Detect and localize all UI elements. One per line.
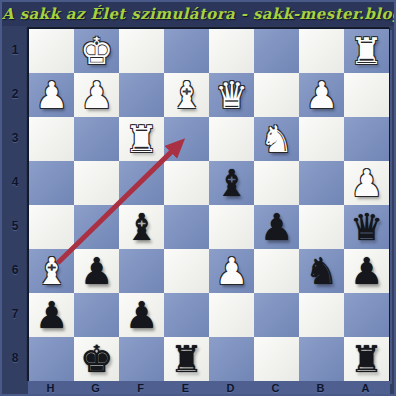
- file-label-c: C: [253, 381, 298, 396]
- square-f5[interactable]: ♝: [119, 205, 164, 249]
- square-g3[interactable]: [74, 117, 119, 161]
- rank-label-4: 4: [2, 160, 28, 204]
- square-b3[interactable]: [299, 117, 344, 161]
- square-a8[interactable]: ♜: [344, 337, 389, 381]
- square-f4[interactable]: [119, 161, 164, 205]
- square-b7[interactable]: [299, 293, 344, 337]
- square-h1[interactable]: [29, 29, 74, 73]
- square-h5[interactable]: [29, 205, 74, 249]
- square-c1[interactable]: [254, 29, 299, 73]
- piece-white-pawn: ♟: [299, 73, 344, 117]
- square-g5[interactable]: [74, 205, 119, 249]
- square-h8[interactable]: [29, 337, 74, 381]
- piece-black-bishop: ♝: [119, 205, 164, 249]
- square-c5[interactable]: ♟: [254, 205, 299, 249]
- square-b2[interactable]: ♟: [299, 73, 344, 117]
- square-h3[interactable]: [29, 117, 74, 161]
- square-c6[interactable]: [254, 249, 299, 293]
- square-d2[interactable]: ♛: [209, 73, 254, 117]
- piece-white-queen: ♛: [209, 73, 254, 117]
- piece-white-bishop: ♝: [29, 249, 74, 293]
- square-e6[interactable]: [164, 249, 209, 293]
- square-a1[interactable]: ♜: [344, 29, 389, 73]
- rank-label-2: 2: [2, 72, 28, 116]
- piece-black-king: ♚: [74, 337, 119, 381]
- square-a3[interactable]: [344, 117, 389, 161]
- square-g6[interactable]: ♟: [74, 249, 119, 293]
- square-h6[interactable]: ♝: [29, 249, 74, 293]
- chess-diagram: A sakk az Élet szimulátora - sakk-mester…: [0, 0, 396, 396]
- square-d5[interactable]: [209, 205, 254, 249]
- square-c3[interactable]: ♞: [254, 117, 299, 161]
- piece-white-pawn: ♟: [209, 249, 254, 293]
- square-d8[interactable]: [209, 337, 254, 381]
- piece-black-rook: ♜: [164, 337, 209, 381]
- rank-label-1: 1: [2, 28, 28, 72]
- square-b1[interactable]: [299, 29, 344, 73]
- square-d7[interactable]: [209, 293, 254, 337]
- square-g2[interactable]: ♟: [74, 73, 119, 117]
- rank-label-5: 5: [2, 204, 28, 248]
- square-f3[interactable]: ♜: [119, 117, 164, 161]
- square-d6[interactable]: ♟: [209, 249, 254, 293]
- rank-labels: 12345678: [2, 28, 28, 380]
- square-b8[interactable]: [299, 337, 344, 381]
- square-e3[interactable]: [164, 117, 209, 161]
- square-g7[interactable]: [74, 293, 119, 337]
- square-d1[interactable]: [209, 29, 254, 73]
- square-e2[interactable]: ♝: [164, 73, 209, 117]
- square-g4[interactable]: [74, 161, 119, 205]
- file-label-h: H: [28, 381, 73, 396]
- square-a6[interactable]: ♟: [344, 249, 389, 293]
- square-e7[interactable]: [164, 293, 209, 337]
- piece-black-knight: ♞: [299, 249, 344, 293]
- piece-white-rook: ♜: [344, 29, 389, 73]
- square-f2[interactable]: [119, 73, 164, 117]
- piece-black-queen: ♛: [344, 205, 389, 249]
- piece-white-rook: ♜: [119, 117, 164, 161]
- square-e4[interactable]: [164, 161, 209, 205]
- square-c2[interactable]: [254, 73, 299, 117]
- rank-label-6: 6: [2, 248, 28, 292]
- file-label-d: D: [208, 381, 253, 396]
- square-a2[interactable]: [344, 73, 389, 117]
- file-label-b: B: [298, 381, 343, 396]
- piece-white-pawn: ♟: [74, 73, 119, 117]
- rank-label-7: 7: [2, 292, 28, 336]
- square-d3[interactable]: [209, 117, 254, 161]
- square-f6[interactable]: [119, 249, 164, 293]
- square-h7[interactable]: ♟: [29, 293, 74, 337]
- file-label-e: E: [163, 381, 208, 396]
- square-a5[interactable]: ♛: [344, 205, 389, 249]
- square-e1[interactable]: [164, 29, 209, 73]
- square-h2[interactable]: ♟: [29, 73, 74, 117]
- square-e8[interactable]: ♜: [164, 337, 209, 381]
- square-g8[interactable]: ♚: [74, 337, 119, 381]
- piece-black-rook: ♜: [344, 337, 389, 381]
- piece-white-bishop: ♝: [164, 73, 209, 117]
- square-b5[interactable]: [299, 205, 344, 249]
- piece-black-pawn: ♟: [344, 249, 389, 293]
- rank-label-8: 8: [2, 336, 28, 380]
- page-title: A sakk az Élet szimulátora - sakk-mester…: [2, 2, 394, 26]
- square-c7[interactable]: [254, 293, 299, 337]
- file-label-g: G: [73, 381, 118, 396]
- rank-label-3: 3: [2, 116, 28, 160]
- piece-white-knight: ♞: [254, 117, 299, 161]
- chess-board: ♚♜♟♟♝♛♟♜♞♝♟♝♟♛♝♟♟♞♟♟♟♚♜♜: [28, 28, 390, 382]
- piece-black-pawn: ♟: [119, 293, 164, 337]
- piece-white-pawn: ♟: [29, 73, 74, 117]
- piece-black-pawn: ♟: [74, 249, 119, 293]
- square-c4[interactable]: [254, 161, 299, 205]
- square-a7[interactable]: [344, 293, 389, 337]
- square-e5[interactable]: [164, 205, 209, 249]
- square-f1[interactable]: [119, 29, 164, 73]
- file-label-f: F: [118, 381, 163, 396]
- piece-black-pawn: ♟: [29, 293, 74, 337]
- piece-black-pawn: ♟: [254, 205, 299, 249]
- square-c8[interactable]: [254, 337, 299, 381]
- file-label-a: A: [343, 381, 388, 396]
- piece-black-bishop: ♝: [209, 161, 254, 205]
- square-g1[interactable]: ♚: [74, 29, 119, 73]
- square-f8[interactable]: [119, 337, 164, 381]
- square-d4[interactable]: ♝: [209, 161, 254, 205]
- piece-white-king: ♚: [74, 29, 119, 73]
- piece-white-pawn: ♟: [344, 161, 389, 205]
- file-labels: HGFEDCBA: [28, 381, 390, 396]
- square-f7[interactable]: ♟: [119, 293, 164, 337]
- square-h4[interactable]: [29, 161, 74, 205]
- square-a4[interactable]: ♟: [344, 161, 389, 205]
- square-b6[interactable]: ♞: [299, 249, 344, 293]
- square-b4[interactable]: [299, 161, 344, 205]
